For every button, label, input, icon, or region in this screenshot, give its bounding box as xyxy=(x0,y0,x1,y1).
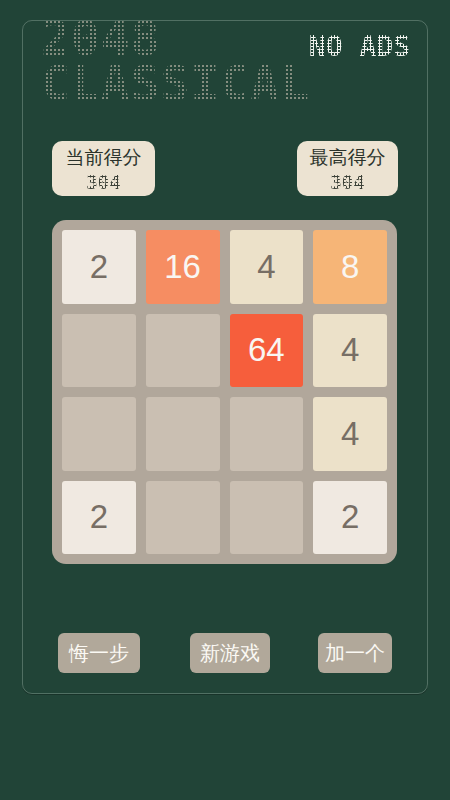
empty-cell xyxy=(146,397,220,471)
best-score-box: 最高得分 304 xyxy=(297,141,398,196)
best-score-value: 304 xyxy=(330,172,364,192)
empty-cell xyxy=(230,397,304,471)
undo-button[interactable]: 悔一步 xyxy=(58,633,140,673)
app-background: { "game": "2048 (classical 4x4)", "posit… xyxy=(0,0,450,800)
tile-8: 8 xyxy=(313,230,387,304)
empty-cell xyxy=(146,481,220,555)
empty-cell xyxy=(230,481,304,555)
game-title: 2048CLASSICAL xyxy=(41,16,310,106)
game-title-line2: CLASSICAL xyxy=(41,55,310,111)
tile-4: 4 xyxy=(230,230,304,304)
tile-2: 2 xyxy=(313,481,387,555)
best-score-label: 最高得分 xyxy=(310,147,386,169)
tile-4: 4 xyxy=(313,397,387,471)
tile-16: 16 xyxy=(146,230,220,304)
add-one-button[interactable]: 加一个 xyxy=(318,633,392,673)
new-game-button[interactable]: 新游戏 xyxy=(190,633,270,673)
current-score-box: 当前得分 304 xyxy=(52,141,155,196)
tile-2: 2 xyxy=(62,230,136,304)
tile-4: 4 xyxy=(313,314,387,388)
current-score-value: 304 xyxy=(86,172,120,192)
tile-2: 2 xyxy=(62,481,136,555)
game-board[interactable]: 21648644422 xyxy=(52,220,397,564)
empty-cell xyxy=(146,314,220,388)
current-score-label: 当前得分 xyxy=(66,147,142,169)
tile-64: 64 xyxy=(230,314,304,388)
empty-cell xyxy=(62,397,136,471)
empty-cell xyxy=(62,314,136,388)
no-ads-button[interactable]: NO ADS xyxy=(309,33,410,61)
